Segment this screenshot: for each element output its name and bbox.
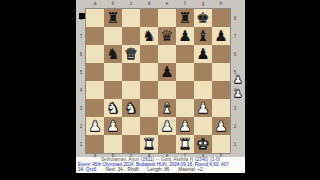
coord-label: d [140,1,158,6]
coord-label: g [194,1,212,6]
square-c8 [122,9,140,27]
material-count: Material: +2 [178,167,202,172]
coord-label: 1 [77,135,85,153]
square-b7 [104,27,122,45]
coord-label: e [158,1,176,6]
files-top: abcdefgh [86,1,230,6]
square-f3 [176,99,194,117]
chess-board: ♜♜♚♞♛♟♝♟♞♛♟♟♞♞♝♟♟♟♟♟♟♜♜♚ [86,9,230,153]
piece-black-bishop: ♝ [196,27,209,45]
square-d5 [140,63,158,81]
square-a3 [86,99,104,117]
square-b3: ♞ [104,99,122,117]
piece-black-queen: ♛ [160,27,173,45]
square-f1: ♜ [176,135,194,153]
ranks-left: 87654321 [77,9,85,153]
square-c7 [122,27,140,45]
moves-line: 34. Qxc6 Next: 34... Rbd8 Length: 86 Mat… [76,167,245,172]
square-h8 [212,9,230,27]
square-a6 [86,45,104,63]
material-advantage-tray: ♟♟ [233,73,243,100]
piece-black-pawn: ♟ [160,63,173,81]
piece-white-pawn: ♟ [214,117,227,135]
square-e3: ♝ [158,99,176,117]
last-move: 34. Qxc6 [78,167,96,172]
square-e2: ♟ [158,117,176,135]
square-c5 [122,63,140,81]
coord-label: c [122,1,140,6]
square-g5 [194,63,212,81]
material-pawn-icon: ♟ [233,87,243,100]
square-f5 [176,63,194,81]
square-h5 [212,63,230,81]
square-f2: ♟ [176,117,194,135]
square-b1 [104,135,122,153]
piece-white-king: ♚ [196,135,209,153]
square-g8: ♚ [194,9,212,27]
coord-label: 4 [77,81,85,99]
square-g6: ♟ [194,45,212,63]
square-h3 [212,99,230,117]
square-a5 [86,63,104,81]
square-e5: ♟ [158,63,176,81]
next-move: Next: 34... Rbd8 [105,167,138,172]
square-c2 [122,117,140,135]
piece-black-rook: ♜ [178,9,191,27]
square-c4 [122,81,140,99]
square-f7: ♟ [176,27,194,45]
piece-white-pawn: ♟ [106,117,119,135]
piece-black-pawn: ♟ [214,27,227,45]
coord-label: 6 [231,45,239,63]
coord-label: 5 [77,63,85,81]
piece-white-pawn: ♟ [160,117,173,135]
square-f8: ♜ [176,9,194,27]
coord-label: 3 [77,99,85,117]
piece-black-knight: ♞ [106,45,119,63]
coord-label: 6 [77,45,85,63]
square-g2 [194,117,212,135]
piece-black-pawn: ♟ [178,27,191,45]
square-c3: ♞ [122,99,140,117]
piece-black-knight: ♞ [142,27,155,45]
coord-label: 3 [231,99,239,117]
square-c6: ♛ [122,45,140,63]
square-e6 [158,45,176,63]
square-a1 [86,135,104,153]
square-d8 [140,9,158,27]
piece-black-pawn: ♟ [196,45,209,63]
square-b2: ♟ [104,117,122,135]
coord-label: b [104,1,122,6]
piece-black-rook: ♜ [106,9,119,27]
video-thumbnail: abcdefgh 87654321 87654321 ♜♜♚♞♛♟♝♟♞♛♟♟♞… [0,0,320,180]
game-length: Length: 86 [148,167,170,172]
square-d2 [140,117,158,135]
coord-label: 2 [77,117,85,135]
square-d7: ♞ [140,27,158,45]
square-e7: ♛ [158,27,176,45]
coord-label: a [86,1,104,6]
piece-white-rook: ♜ [178,135,191,153]
piece-white-knight: ♞ [106,99,119,117]
square-f6 [176,45,194,63]
square-g1: ♚ [194,135,212,153]
caption: Sethuraman, Arjun (2611) -- Gorti, Akshi… [76,157,245,173]
square-a4 [86,81,104,99]
square-a7 [86,27,104,45]
square-d6 [140,45,158,63]
square-b8: ♜ [104,9,122,27]
square-d3 [140,99,158,117]
square-g3: ♟ [194,99,212,117]
square-a2: ♟ [86,117,104,135]
square-g7: ♝ [194,27,212,45]
piece-white-pawn: ♟ [196,99,209,117]
square-c1 [122,135,140,153]
coord-label: f [176,1,194,6]
square-a8 [86,9,104,27]
square-e4 [158,81,176,99]
coord-label: 7 [231,27,239,45]
square-g4 [194,81,212,99]
square-e8 [158,9,176,27]
square-h7: ♟ [212,27,230,45]
board-panel: abcdefgh 87654321 87654321 ♜♜♚♞♛♟♝♟♞♛♟♟♞… [76,0,245,173]
square-d4 [140,81,158,99]
piece-white-bishop: ♝ [160,99,173,117]
piece-white-pawn: ♟ [88,117,101,135]
piece-white-knight: ♞ [124,99,137,117]
square-h2: ♟ [212,117,230,135]
square-h1 [212,135,230,153]
black-to-move-indicator [79,13,85,19]
square-h4 [212,81,230,99]
square-b4 [104,81,122,99]
coord-label: 7 [77,27,85,45]
square-h6 [212,45,230,63]
material-pawn-icon: ♟ [233,73,243,86]
piece-white-rook: ♜ [142,135,155,153]
coord-label: 8 [231,9,239,27]
square-e1 [158,135,176,153]
coord-label: 2 [231,117,239,135]
coord-label: 1 [231,135,239,153]
piece-white-queen: ♛ [124,45,137,63]
square-b5 [104,63,122,81]
square-b6: ♞ [104,45,122,63]
square-d1: ♜ [140,135,158,153]
piece-white-pawn: ♟ [178,117,191,135]
coord-label: h [212,1,230,6]
square-f4 [176,81,194,99]
piece-black-king: ♚ [196,9,209,27]
